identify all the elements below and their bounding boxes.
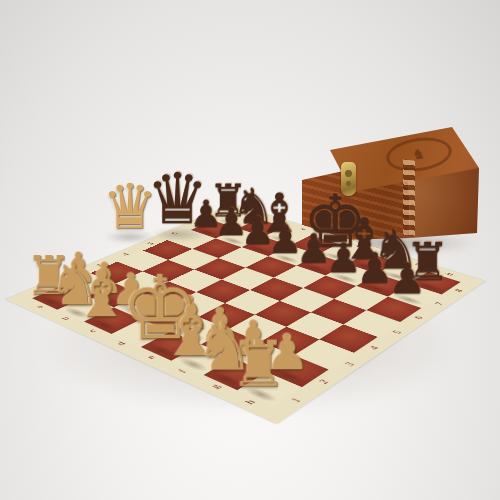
board-grid: ♜♞♝♚♝♞♜♟♟♟♟♟♟♟♟♟♟♟♟♟♟♟♟♜♞♝♚♝♞♜ bbox=[32, 211, 460, 406]
rank-label-right-3: 3 bbox=[324, 353, 373, 376]
rank-label-right-4: 4 bbox=[349, 337, 397, 359]
black-pawn: ♟ bbox=[388, 258, 426, 301]
white-rook: ♜ bbox=[231, 332, 288, 395]
rank-label-right-5: 5 bbox=[373, 322, 420, 343]
offboard-black-queen: ♛ bbox=[146, 164, 209, 234]
